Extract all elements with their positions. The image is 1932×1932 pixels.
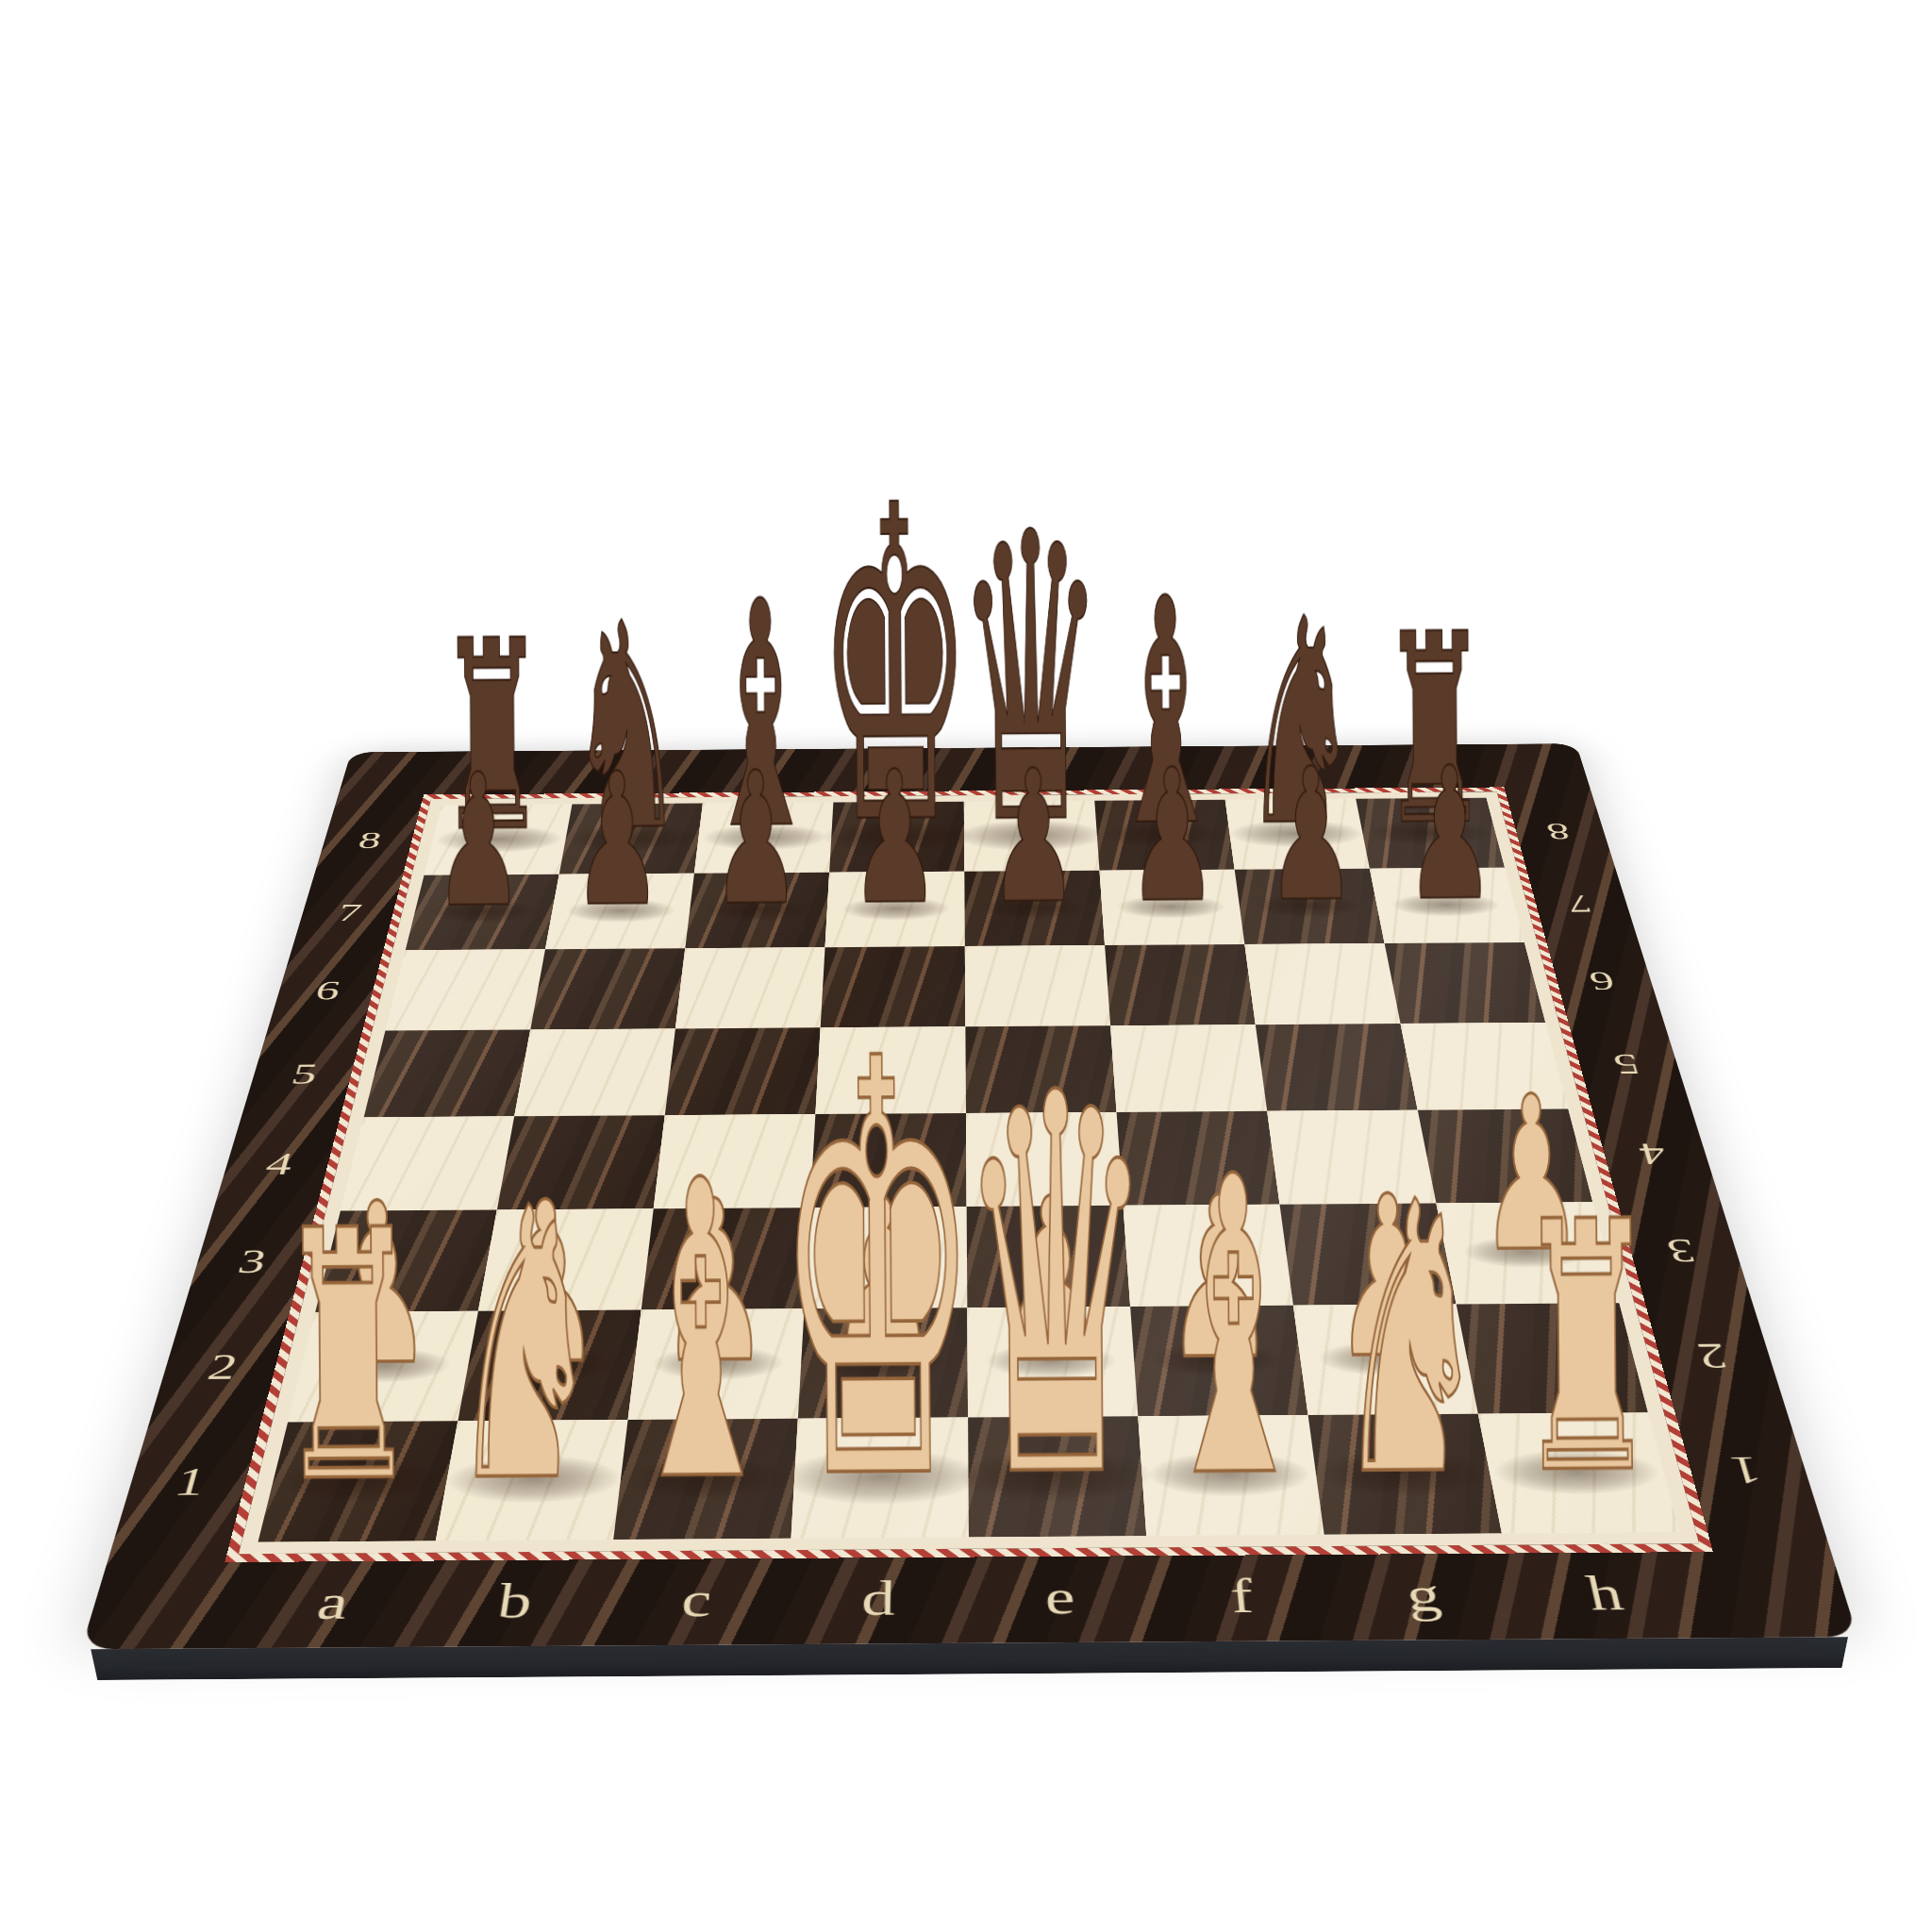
file-label-bottom-b: b xyxy=(494,1574,536,1629)
file-label-bottom-a: a xyxy=(312,1574,354,1630)
queen-glyph: ♛ xyxy=(956,1027,1157,1552)
rank-label-right-1: 1 xyxy=(1725,1448,1767,1494)
rank-label-left-6: 6 xyxy=(312,974,344,1006)
pawn-glyph: ♟ xyxy=(988,745,1079,928)
file-label-bottom-g: g xyxy=(1402,1567,1444,1622)
pieces-layer: ♜♞♝♚♛♝♞♜♟♟♟♟♟♟♟♟♟♟♟♟♟♟♟♟♜♞♝♚♛♝♞♜ xyxy=(258,798,1679,1542)
pawn-glyph: ♟ xyxy=(1265,743,1357,926)
rank-label-right-7: 7 xyxy=(1564,890,1595,918)
rank-label-left-2: 2 xyxy=(203,1345,241,1388)
rook-glyph: ♜ xyxy=(1515,1177,1659,1522)
pawn-glyph: ♟ xyxy=(572,749,663,932)
file-label-bottom-e: e xyxy=(1044,1570,1076,1625)
file-label-bottom-d: d xyxy=(860,1571,895,1626)
file-label-bottom-f: f xyxy=(1227,1569,1256,1624)
bishop-glyph: ♝ xyxy=(623,1127,779,1538)
bishop-glyph: ♝ xyxy=(1156,1124,1312,1534)
candy-stripe-border: ♜♞♝♚♛♝♞♜♟♟♟♟♟♟♟♟♟♟♟♟♟♟♟♟♜♞♝♚♛♝♞♜ xyxy=(225,787,1713,1562)
board-grid: ♜♞♝♚♛♝♞♜♟♟♟♟♟♟♟♟♟♟♟♟♟♟♟♟♜♞♝♚♛♝♞♜ xyxy=(258,798,1679,1542)
file-label-bottom-c: c xyxy=(679,1573,714,1628)
pawn-glyph: ♟ xyxy=(710,748,802,931)
board-wood-frame: ♜♞♝♚♛♝♞♜♟♟♟♟♟♟♟♟♟♟♟♟♟♟♟♟♜♞♝♚♛♝♞♜ abcdefg… xyxy=(81,743,1858,1649)
knight-glyph: ♞ xyxy=(446,1159,603,1534)
rook-glyph: ♜ xyxy=(276,1186,421,1530)
rank-label-right-5: 5 xyxy=(1609,1048,1643,1081)
rank-label-right-6: 6 xyxy=(1586,966,1618,997)
file-label-bottom-h: h xyxy=(1582,1566,1628,1621)
knight-glyph: ♞ xyxy=(1332,1153,1489,1527)
rank-label-right-8: 8 xyxy=(1543,819,1573,845)
rank-label-left-5: 5 xyxy=(288,1058,322,1091)
pawn-glyph: ♟ xyxy=(1126,744,1218,927)
chess-board: ♜♞♝♚♛♝♞♜♟♟♟♟♟♟♟♟♟♟♟♟♟♟♟♟♜♞♝♚♛♝♞♜ abcdefg… xyxy=(81,743,1858,1649)
rank-label-left-8: 8 xyxy=(356,826,385,853)
pawn-glyph: ♟ xyxy=(1405,742,1496,925)
inner-margin: ♜♞♝♚♛♝♞♜♟♟♟♟♟♟♟♟♟♟♟♟♟♟♟♟♜♞♝♚♛♝♞♜ xyxy=(239,791,1699,1554)
king-glyph: ♚ xyxy=(773,987,981,1559)
rank-label-right-2: 2 xyxy=(1692,1336,1732,1378)
rank-label-right-3: 3 xyxy=(1663,1232,1701,1271)
rank-label-left-3: 3 xyxy=(234,1241,271,1280)
photo-scene: ♜♞♝♚♛♝♞♜♟♟♟♟♟♟♟♟♟♟♟♟♟♟♟♟♜♞♝♚♛♝♞♜ abcdefg… xyxy=(0,0,1932,1932)
pawn-glyph: ♟ xyxy=(849,746,941,929)
rank-label-left-7: 7 xyxy=(334,898,364,927)
pawn-glyph: ♟ xyxy=(433,750,525,933)
rank-label-left-1: 1 xyxy=(170,1458,211,1505)
